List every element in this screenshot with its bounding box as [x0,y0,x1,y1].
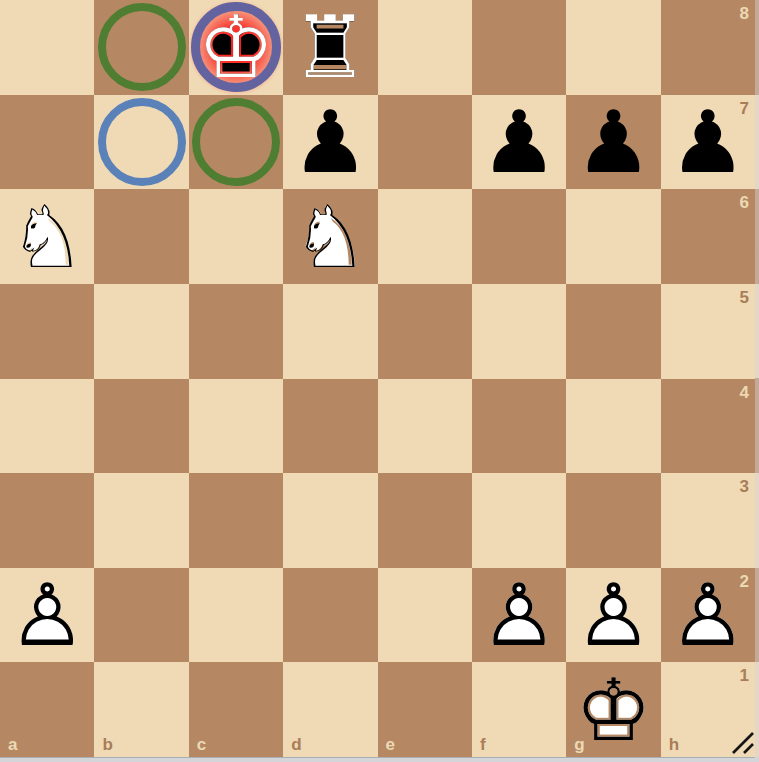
square-e7[interactable] [378,95,472,190]
page-background: ♚♔♜♖8♟♟♟♟7♞♘♞♘6543♟♙♟♙♟♙♟♙2abcdef♚♔g1h [0,0,759,762]
square-f3[interactable] [472,473,566,568]
white-pawn-outline: ♙ [566,568,660,663]
square-g1[interactable]: ♚♔g [566,662,660,757]
square-d8[interactable]: ♜♖ [283,0,377,95]
rank-label-4: 4 [740,383,749,403]
white-pawn-outline: ♙ [661,568,755,663]
rank-label-3: 3 [740,477,749,497]
square-h3[interactable]: 3 [661,473,755,568]
square-b3[interactable] [94,473,188,568]
square-h5[interactable]: 5 [661,284,755,379]
square-d2[interactable] [283,568,377,663]
square-f1[interactable]: f [472,662,566,757]
black-pawn-glyph: ♟ [661,95,755,190]
black-pawn[interactable]: ♟ [283,95,377,190]
square-a3[interactable] [0,473,94,568]
black-pawn-glyph: ♟ [472,95,566,190]
square-b4[interactable] [94,379,188,474]
square-d1[interactable]: d [283,662,377,757]
white-knight-outline: ♘ [0,189,94,284]
black-pawn[interactable]: ♟ [566,95,660,190]
rank-label-5: 5 [740,288,749,308]
square-f4[interactable] [472,379,566,474]
square-g2[interactable]: ♟♙ [566,568,660,663]
black-king[interactable]: ♚♔ [189,0,283,95]
square-d5[interactable] [283,284,377,379]
square-c2[interactable] [189,568,283,663]
green-circle-annotation [98,3,186,91]
square-g4[interactable] [566,379,660,474]
square-g3[interactable] [566,473,660,568]
square-c7[interactable] [189,95,283,190]
square-e8[interactable] [378,0,472,95]
square-e6[interactable] [378,189,472,284]
black-pawn[interactable]: ♟ [661,95,755,190]
square-f6[interactable] [472,189,566,284]
square-c1[interactable]: c [189,662,283,757]
square-d6[interactable]: ♞♘ [283,189,377,284]
square-c8[interactable]: ♚♔ [189,0,283,95]
board-edge-strip [755,0,759,757]
square-c4[interactable] [189,379,283,474]
blue-circle-annotation [98,98,186,186]
square-c3[interactable] [189,473,283,568]
square-e1[interactable]: e [378,662,472,757]
square-e4[interactable] [378,379,472,474]
white-pawn-outline: ♙ [0,568,94,663]
square-e3[interactable] [378,473,472,568]
rank-label-6: 6 [740,193,749,213]
square-h4[interactable]: 4 [661,379,755,474]
square-h6[interactable]: 6 [661,189,755,284]
square-g6[interactable] [566,189,660,284]
file-label-h: h [669,735,679,755]
square-g5[interactable] [566,284,660,379]
square-g8[interactable] [566,0,660,95]
square-a1[interactable]: a [0,662,94,757]
black-rook-outline: ♖ [283,0,377,95]
square-a2[interactable]: ♟♙ [0,568,94,663]
file-label-a: a [8,735,17,755]
white-king[interactable]: ♚♔ [566,662,660,757]
square-h2[interactable]: ♟♙2 [661,568,755,663]
square-f2[interactable]: ♟♙ [472,568,566,663]
square-h7[interactable]: ♟7 [661,95,755,190]
file-label-b: b [102,735,112,755]
square-f5[interactable] [472,284,566,379]
square-d3[interactable] [283,473,377,568]
square-a6[interactable]: ♞♘ [0,189,94,284]
white-pawn-outline: ♙ [472,568,566,663]
square-b2[interactable] [94,568,188,663]
square-d7[interactable]: ♟ [283,95,377,190]
square-c6[interactable] [189,189,283,284]
file-label-f: f [480,735,486,755]
file-label-d: d [291,735,301,755]
square-b8[interactable] [94,0,188,95]
square-f8[interactable] [472,0,566,95]
square-a7[interactable] [0,95,94,190]
file-label-e: e [386,735,395,755]
square-e2[interactable] [378,568,472,663]
square-a5[interactable] [0,284,94,379]
rank-label-8: 8 [740,4,749,24]
white-pawn[interactable]: ♟♙ [566,568,660,663]
square-b1[interactable]: b [94,662,188,757]
white-pawn[interactable]: ♟♙ [472,568,566,663]
file-label-c: c [197,735,206,755]
rank-label-1: 1 [740,666,749,686]
black-rook[interactable]: ♜♖ [283,0,377,95]
square-f7[interactable]: ♟ [472,95,566,190]
white-knight[interactable]: ♞♘ [0,189,94,284]
white-pawn[interactable]: ♟♙ [661,568,755,663]
white-king-outline: ♔ [566,662,660,757]
square-g7[interactable]: ♟ [566,95,660,190]
square-a8[interactable] [0,0,94,95]
white-pawn[interactable]: ♟♙ [0,568,94,663]
white-knight[interactable]: ♞♘ [283,189,377,284]
black-pawn-glyph: ♟ [566,95,660,190]
square-e5[interactable] [378,284,472,379]
square-d4[interactable] [283,379,377,474]
square-b7[interactable] [94,95,188,190]
white-knight-outline: ♘ [283,189,377,284]
black-pawn-glyph: ♟ [283,95,377,190]
square-b6[interactable] [94,189,188,284]
square-b5[interactable] [94,284,188,379]
green-circle-annotation [192,98,280,186]
square-a4[interactable] [0,379,94,474]
resize-handle-icon[interactable] [727,727,755,755]
square-c5[interactable] [189,284,283,379]
chess-board: ♚♔♜♖8♟♟♟♟7♞♘♞♘6543♟♙♟♙♟♙♟♙2abcdef♚♔g1h [0,0,755,757]
black-pawn[interactable]: ♟ [472,95,566,190]
black-king-outline: ♔ [189,0,283,95]
square-h8[interactable]: 8 [661,0,755,95]
